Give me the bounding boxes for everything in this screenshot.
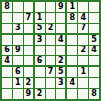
cell-r6c8-empty[interactable] xyxy=(78,56,88,66)
cell-r7c2-given[interactable]: 6 xyxy=(13,67,23,77)
cell-r3c7-empty[interactable] xyxy=(67,24,77,34)
cell-r1c9-empty[interactable] xyxy=(89,2,99,12)
cell-r3c9-empty[interactable] xyxy=(89,24,99,34)
cell-r6c3-empty[interactable] xyxy=(24,56,34,66)
cell-r3c2-given[interactable]: 3 xyxy=(13,24,23,34)
cell-r5c3-empty[interactable] xyxy=(24,46,34,56)
cell-r2c4-given[interactable]: 1 xyxy=(35,13,45,23)
cell-r5c2-given[interactable]: 9 xyxy=(13,46,23,56)
cell-r2c8-given[interactable]: 4 xyxy=(78,13,88,23)
cell-r9c1-empty[interactable] xyxy=(2,89,12,99)
cell-r1c1-given[interactable]: 8 xyxy=(2,2,12,12)
cell-r9c5-empty[interactable] xyxy=(46,89,56,99)
cell-r5c1-given[interactable]: 6 xyxy=(2,46,12,56)
cell-r4c7-empty[interactable] xyxy=(67,35,77,45)
cell-r9c2-empty[interactable] xyxy=(13,89,23,99)
cell-r8c9-empty[interactable] xyxy=(89,78,99,88)
cell-r1c7-given[interactable]: 1 xyxy=(67,2,77,12)
cell-r8c7-given[interactable]: 4 xyxy=(67,78,77,88)
cell-r9c4-given[interactable]: 2 xyxy=(35,89,45,99)
cell-r7c4-empty[interactable] xyxy=(35,67,45,77)
cell-r9c3-given[interactable]: 9 xyxy=(24,89,34,99)
cell-r3c8-given[interactable]: 7 xyxy=(78,24,88,34)
cell-r2c7-given[interactable]: 8 xyxy=(67,13,77,23)
cell-r4c2-empty[interactable] xyxy=(13,35,23,45)
cell-r7c7-empty[interactable] xyxy=(67,67,77,77)
cell-r3c1-empty[interactable] xyxy=(2,24,12,34)
cell-r4c1-empty[interactable] xyxy=(2,35,12,45)
cell-r2c1-empty[interactable] xyxy=(2,13,12,23)
cell-r4c5-empty[interactable] xyxy=(46,35,56,45)
cell-r9c8-empty[interactable] xyxy=(78,89,88,99)
cell-r5c8-given[interactable]: 2 xyxy=(78,46,88,56)
cell-r1c3-empty[interactable] xyxy=(24,2,34,12)
cell-r4c8-empty[interactable] xyxy=(78,35,88,45)
cell-r7c8-given[interactable]: 1 xyxy=(78,67,88,77)
cell-r6c4-given[interactable]: 6 xyxy=(35,56,45,66)
cell-r9c9-given[interactable]: 8 xyxy=(89,89,99,99)
cell-r4c9-given[interactable]: 5 xyxy=(89,35,99,45)
cell-r8c2-given[interactable]: 1 xyxy=(13,78,23,88)
cell-r1c4-empty[interactable] xyxy=(35,2,45,12)
cell-r2c2-empty[interactable] xyxy=(13,13,23,23)
cell-r7c3-empty[interactable] xyxy=(24,67,34,77)
cell-r3c5-given[interactable]: 2 xyxy=(46,24,56,34)
cell-r6c7-empty[interactable] xyxy=(67,56,77,66)
cell-r2c9-empty[interactable] xyxy=(89,13,99,23)
cell-r1c8-empty[interactable] xyxy=(78,2,88,12)
cell-r7c1-empty[interactable] xyxy=(2,67,12,77)
cell-r8c8-empty[interactable] xyxy=(78,78,88,88)
cell-r5c7-empty[interactable] xyxy=(67,46,77,56)
cell-r5c5-empty[interactable] xyxy=(46,46,56,56)
cell-r7c9-empty[interactable] xyxy=(89,67,99,77)
cell-r5c6-empty[interactable] xyxy=(56,46,66,56)
cell-r9c6-empty[interactable] xyxy=(56,89,66,99)
cell-r4c3-empty[interactable] xyxy=(24,35,34,45)
cell-r8c6-given[interactable]: 3 xyxy=(56,78,66,88)
cell-r7c5-given[interactable]: 7 xyxy=(46,67,56,77)
cell-r2c6-empty[interactable] xyxy=(56,13,66,23)
cell-r8c1-empty[interactable] xyxy=(2,78,12,88)
cell-r2c3-given[interactable]: 7 xyxy=(24,13,34,23)
cell-r1c6-given[interactable]: 9 xyxy=(56,2,66,12)
cell-r6c1-given[interactable]: 4 xyxy=(2,56,12,66)
cell-r5c4-empty[interactable] xyxy=(35,46,45,56)
cell-r6c5-empty[interactable] xyxy=(46,56,56,66)
cell-r7c6-given[interactable]: 5 xyxy=(56,67,66,77)
cell-r9c7-empty[interactable] xyxy=(67,89,77,99)
sudoku-board: 89171843527345692446267511234928 xyxy=(0,0,101,101)
cell-r3c3-empty[interactable] xyxy=(24,24,34,34)
sudoku-grid: 89171843527345692446267511234928 xyxy=(2,2,99,99)
cell-r1c5-empty[interactable] xyxy=(46,2,56,12)
cell-r1c2-empty[interactable] xyxy=(13,2,23,12)
cell-r5c9-given[interactable]: 4 xyxy=(89,46,99,56)
cell-r4c4-given[interactable]: 3 xyxy=(35,35,45,45)
cell-r3c6-empty[interactable] xyxy=(56,24,66,34)
cell-r4c6-given[interactable]: 4 xyxy=(56,35,66,45)
cell-r8c3-given[interactable]: 2 xyxy=(24,78,34,88)
cell-r8c5-empty[interactable] xyxy=(46,78,56,88)
cell-r8c4-empty[interactable] xyxy=(35,78,45,88)
cell-r6c9-empty[interactable] xyxy=(89,56,99,66)
cell-r6c6-given[interactable]: 2 xyxy=(56,56,66,66)
cell-r6c2-empty[interactable] xyxy=(13,56,23,66)
cell-r2c5-empty[interactable] xyxy=(46,13,56,23)
cell-r3c4-given[interactable]: 5 xyxy=(35,24,45,34)
